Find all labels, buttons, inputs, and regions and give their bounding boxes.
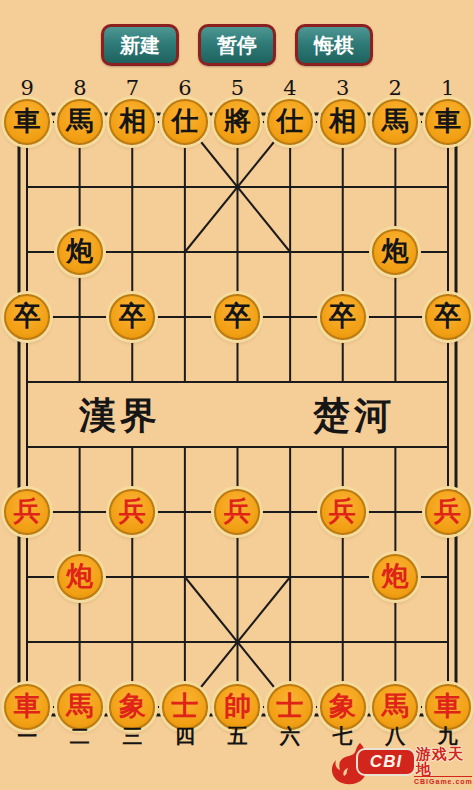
intersection-2-3 — [159, 219, 212, 284]
intersection-0-1: 馬 — [54, 89, 107, 154]
intersection-4-7 — [369, 349, 422, 414]
intersection-1-8 — [421, 154, 474, 219]
piece-red-兵[interactable]: 兵 — [4, 489, 50, 535]
intersection-2-2 — [106, 219, 159, 284]
board-grid: 車馬相仕將仕相馬車炮炮卒卒卒卒卒兵兵兵兵兵炮炮車馬象士帥士象馬車 — [1, 89, 474, 739]
intersection-2-4 — [211, 219, 264, 284]
intersection-8-8 — [421, 609, 474, 674]
intersection-6-4: 兵 — [211, 479, 264, 544]
intersection-2-8 — [421, 219, 474, 284]
logo-name: 游戏天地 — [416, 746, 472, 776]
intersection-8-2 — [106, 609, 159, 674]
intersection-3-4: 卒 — [211, 284, 264, 349]
logo-abbr: CBI — [356, 748, 416, 776]
piece-black-仕[interactable]: 仕 — [162, 99, 208, 145]
piece-red-炮[interactable]: 炮 — [57, 554, 103, 600]
intersection-3-3 — [159, 284, 212, 349]
intersection-6-3 — [159, 479, 212, 544]
intersection-6-0: 兵 — [1, 479, 54, 544]
intersection-5-7 — [369, 414, 422, 479]
intersection-0-2: 相 — [106, 89, 159, 154]
intersection-7-7: 炮 — [369, 544, 422, 609]
intersection-2-5 — [264, 219, 317, 284]
intersection-2-1: 炮 — [54, 219, 107, 284]
intersection-5-5 — [264, 414, 317, 479]
intersection-0-4: 將 — [211, 89, 264, 154]
intersection-5-3 — [159, 414, 212, 479]
intersection-0-0: 車 — [1, 89, 54, 154]
intersection-4-4 — [211, 349, 264, 414]
piece-black-相[interactable]: 相 — [320, 99, 366, 145]
piece-black-卒[interactable]: 卒 — [214, 294, 260, 340]
intersection-4-1 — [54, 349, 107, 414]
intersection-7-4 — [211, 544, 264, 609]
intersection-4-2 — [106, 349, 159, 414]
intersection-4-8 — [421, 349, 474, 414]
piece-red-炮[interactable]: 炮 — [372, 554, 418, 600]
intersection-8-6 — [316, 609, 369, 674]
cbigame-watermark: CBI 游戏天地 CBIGame.com — [330, 740, 472, 788]
intersection-0-3: 仕 — [159, 89, 212, 154]
intersection-2-6 — [316, 219, 369, 284]
intersection-1-1 — [54, 154, 107, 219]
intersection-1-7 — [369, 154, 422, 219]
file-label-bottom: 五 — [211, 721, 264, 751]
intersection-8-7 — [369, 609, 422, 674]
intersection-2-0 — [1, 219, 54, 284]
file-label-bottom: 三 — [106, 721, 159, 751]
intersection-5-8 — [421, 414, 474, 479]
intersection-3-8: 卒 — [421, 284, 474, 349]
file-label-bottom: 六 — [264, 721, 317, 751]
piece-black-馬[interactable]: 馬 — [57, 99, 103, 145]
intersection-3-5 — [264, 284, 317, 349]
logo-site: CBIGame.com — [414, 776, 472, 785]
intersection-3-6: 卒 — [316, 284, 369, 349]
intersection-6-7 — [369, 479, 422, 544]
intersection-4-3 — [159, 349, 212, 414]
intersection-0-6: 相 — [316, 89, 369, 154]
intersection-1-5 — [264, 154, 317, 219]
intersection-0-8: 車 — [421, 89, 474, 154]
intersection-5-2 — [106, 414, 159, 479]
intersection-5-6 — [316, 414, 369, 479]
intersection-0-7: 馬 — [369, 89, 422, 154]
piece-red-兵[interactable]: 兵 — [320, 489, 366, 535]
intersection-1-3 — [159, 154, 212, 219]
intersection-5-0 — [1, 414, 54, 479]
intersection-1-2 — [106, 154, 159, 219]
file-label-bottom: 二 — [54, 721, 107, 751]
intersection-4-6 — [316, 349, 369, 414]
intersection-8-4 — [211, 609, 264, 674]
intersection-8-1 — [54, 609, 107, 674]
xiangqi-app: 新建 暂停 悔棋 9 8 7 6 5 4 3 2 1 漢界 楚河 車馬相仕將仕相… — [0, 0, 474, 790]
intersection-2-7: 炮 — [369, 219, 422, 284]
piece-red-兵[interactable]: 兵 — [214, 489, 260, 535]
piece-red-兵[interactable]: 兵 — [425, 489, 471, 535]
piece-black-馬[interactable]: 馬 — [372, 99, 418, 145]
intersection-8-5 — [264, 609, 317, 674]
intersection-3-7 — [369, 284, 422, 349]
intersection-1-0 — [1, 154, 54, 219]
intersection-4-0 — [1, 349, 54, 414]
piece-black-仕[interactable]: 仕 — [267, 99, 313, 145]
piece-black-炮[interactable]: 炮 — [57, 229, 103, 275]
piece-black-卒[interactable]: 卒 — [109, 294, 155, 340]
intersection-7-0 — [1, 544, 54, 609]
intersection-8-3 — [159, 609, 212, 674]
piece-black-炮[interactable]: 炮 — [372, 229, 418, 275]
piece-black-卒[interactable]: 卒 — [425, 294, 471, 340]
intersection-3-0: 卒 — [1, 284, 54, 349]
intersection-7-2 — [106, 544, 159, 609]
intersection-7-6 — [316, 544, 369, 609]
intersection-7-5 — [264, 544, 317, 609]
piece-black-卒[interactable]: 卒 — [320, 294, 366, 340]
intersection-3-1 — [54, 284, 107, 349]
intersection-5-4 — [211, 414, 264, 479]
intersection-6-2: 兵 — [106, 479, 159, 544]
intersection-6-6: 兵 — [316, 479, 369, 544]
intersection-5-1 — [54, 414, 107, 479]
intersection-0-5: 仕 — [264, 89, 317, 154]
intersection-4-5 — [264, 349, 317, 414]
intersection-7-3 — [159, 544, 212, 609]
intersection-7-8 — [421, 544, 474, 609]
piece-black-車[interactable]: 車 — [4, 99, 50, 145]
file-label-bottom: 一 — [1, 721, 54, 751]
file-label-bottom: 四 — [159, 721, 212, 751]
intersection-1-6 — [316, 154, 369, 219]
piece-black-相[interactable]: 相 — [109, 99, 155, 145]
intersection-7-1: 炮 — [54, 544, 107, 609]
intersection-1-4 — [211, 154, 264, 219]
piece-black-卒[interactable]: 卒 — [4, 294, 50, 340]
intersection-8-0 — [1, 609, 54, 674]
intersection-6-5 — [264, 479, 317, 544]
piece-black-將[interactable]: 將 — [214, 99, 260, 145]
intersection-6-8: 兵 — [421, 479, 474, 544]
piece-red-兵[interactable]: 兵 — [109, 489, 155, 535]
intersection-6-1 — [54, 479, 107, 544]
intersection-3-2: 卒 — [106, 284, 159, 349]
piece-black-車[interactable]: 車 — [425, 99, 471, 145]
